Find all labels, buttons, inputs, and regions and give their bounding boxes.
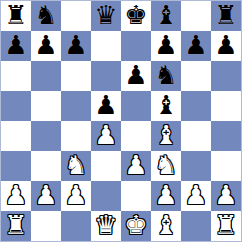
white-queen: ♛: [94, 212, 117, 238]
square-d4[interactable]: ♟: [91, 121, 121, 151]
square-h8[interactable]: ♜: [211, 1, 241, 31]
square-h6[interactable]: [211, 61, 241, 91]
square-f6[interactable]: ♞: [151, 61, 181, 91]
square-c8[interactable]: [61, 1, 91, 31]
square-c1[interactable]: [61, 211, 91, 241]
black-bishop: ♝: [154, 2, 177, 28]
square-c7[interactable]: ♟: [61, 31, 91, 61]
black-bishop: ♝: [154, 92, 177, 118]
white-rook: ♜: [214, 212, 237, 238]
square-b3[interactable]: [31, 151, 61, 181]
square-f7[interactable]: ♟: [151, 31, 181, 61]
square-c2[interactable]: ♟: [61, 181, 91, 211]
square-g4[interactable]: [181, 121, 211, 151]
black-pawn: ♟: [34, 32, 57, 58]
square-b2[interactable]: ♟: [31, 181, 61, 211]
square-b6[interactable]: [31, 61, 61, 91]
white-pawn: ♟: [214, 182, 237, 208]
white-pawn: ♟: [94, 122, 117, 148]
square-e4[interactable]: [121, 121, 151, 151]
square-h1[interactable]: ♜: [211, 211, 241, 241]
black-pawn: ♟: [4, 32, 27, 58]
square-b8[interactable]: ♞: [31, 1, 61, 31]
black-queen: ♛: [94, 2, 117, 28]
square-e1[interactable]: ♚: [121, 211, 151, 241]
black-pawn: ♟: [154, 32, 177, 58]
square-d3[interactable]: [91, 151, 121, 181]
black-knight: ♞: [34, 2, 57, 28]
square-g3[interactable]: [181, 151, 211, 181]
white-pawn: ♟: [34, 182, 57, 208]
square-c4[interactable]: [61, 121, 91, 151]
square-b5[interactable]: [31, 91, 61, 121]
square-c5[interactable]: [61, 91, 91, 121]
square-c6[interactable]: [61, 61, 91, 91]
square-a7[interactable]: ♟: [1, 31, 31, 61]
square-f8[interactable]: ♝: [151, 1, 181, 31]
white-pawn: ♟: [4, 182, 27, 208]
square-d8[interactable]: ♛: [91, 1, 121, 31]
square-e3[interactable]: ♟: [121, 151, 151, 181]
chess-board: ♜♞♛♚♝♜♟♟♟♟♟♟♟♞♟♝♟♝♞♟♞♟♟♟♟♟♟♜♛♚♝♜: [0, 0, 242, 242]
black-pawn: ♟: [64, 32, 87, 58]
square-d6[interactable]: [91, 61, 121, 91]
square-d2[interactable]: [91, 181, 121, 211]
square-c3[interactable]: ♞: [61, 151, 91, 181]
black-pawn: ♟: [214, 32, 237, 58]
square-f4[interactable]: ♝: [151, 121, 181, 151]
square-a4[interactable]: [1, 121, 31, 151]
white-pawn: ♟: [154, 182, 177, 208]
white-rook: ♜: [4, 212, 27, 238]
white-bishop: ♝: [154, 122, 177, 148]
black-pawn: ♟: [184, 32, 207, 58]
square-e7[interactable]: [121, 31, 151, 61]
black-rook: ♜: [214, 2, 237, 28]
white-king: ♚: [124, 212, 147, 238]
square-a8[interactable]: ♜: [1, 1, 31, 31]
white-knight: ♞: [64, 152, 87, 178]
square-a2[interactable]: ♟: [1, 181, 31, 211]
square-h2[interactable]: ♟: [211, 181, 241, 211]
black-pawn: ♟: [124, 62, 147, 88]
square-f5[interactable]: ♝: [151, 91, 181, 121]
square-b4[interactable]: [31, 121, 61, 151]
square-e8[interactable]: ♚: [121, 1, 151, 31]
chess-board-container: ♜♞♛♚♝♜♟♟♟♟♟♟♟♞♟♝♟♝♞♟♞♟♟♟♟♟♟♜♛♚♝♜: [0, 0, 242, 242]
black-rook: ♜: [4, 2, 27, 28]
square-g5[interactable]: [181, 91, 211, 121]
white-pawn: ♟: [124, 152, 147, 178]
square-f2[interactable]: ♟: [151, 181, 181, 211]
white-bishop: ♝: [154, 212, 177, 238]
white-pawn: ♟: [184, 182, 207, 208]
square-d1[interactable]: ♛: [91, 211, 121, 241]
square-a1[interactable]: ♜: [1, 211, 31, 241]
square-a3[interactable]: [1, 151, 31, 181]
white-pawn: ♟: [64, 182, 87, 208]
square-h4[interactable]: [211, 121, 241, 151]
square-b7[interactable]: ♟: [31, 31, 61, 61]
square-g8[interactable]: [181, 1, 211, 31]
square-g6[interactable]: [181, 61, 211, 91]
black-knight: ♞: [154, 62, 177, 88]
black-pawn: ♟: [94, 92, 117, 118]
square-e6[interactable]: ♟: [121, 61, 151, 91]
square-h7[interactable]: ♟: [211, 31, 241, 61]
white-knight: ♞: [154, 152, 177, 178]
square-g2[interactable]: ♟: [181, 181, 211, 211]
square-e5[interactable]: [121, 91, 151, 121]
square-a6[interactable]: [1, 61, 31, 91]
square-d5[interactable]: ♟: [91, 91, 121, 121]
square-a5[interactable]: [1, 91, 31, 121]
square-g7[interactable]: ♟: [181, 31, 211, 61]
square-d7[interactable]: [91, 31, 121, 61]
square-e2[interactable]: [121, 181, 151, 211]
square-f3[interactable]: ♞: [151, 151, 181, 181]
square-g1[interactable]: [181, 211, 211, 241]
square-h3[interactable]: [211, 151, 241, 181]
black-king: ♚: [124, 2, 147, 28]
square-h5[interactable]: [211, 91, 241, 121]
square-b1[interactable]: [31, 211, 61, 241]
square-f1[interactable]: ♝: [151, 211, 181, 241]
